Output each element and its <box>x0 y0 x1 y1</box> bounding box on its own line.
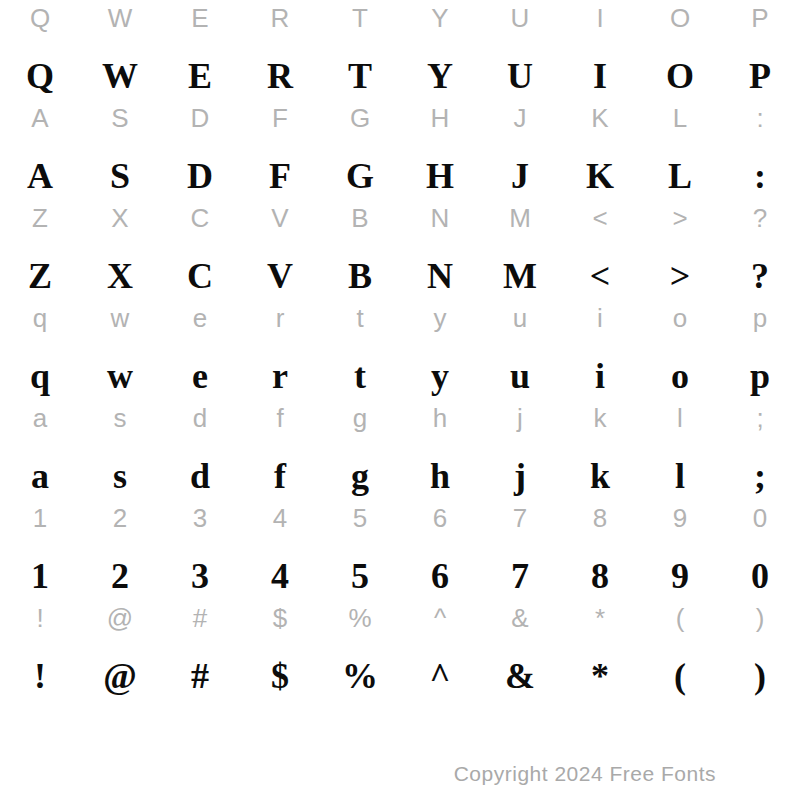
preview-row: ASDFGHJKL: <box>0 146 800 206</box>
char-cell: ^ <box>400 600 480 636</box>
char-cell: Z <box>0 246 80 306</box>
char-cell: t <box>320 346 400 406</box>
char-cell: l <box>640 400 720 436</box>
char-cell: Y <box>400 46 480 106</box>
char-cell: # <box>160 646 240 706</box>
row-pair-6: 12345678901234567890 <box>0 500 800 600</box>
char-cell: X <box>80 200 160 236</box>
char-cell: 2 <box>80 500 160 536</box>
row-pair-5: asdfghjkl;asdfghjkl; <box>0 400 800 500</box>
reference-row: !@#$%^&*() <box>0 600 800 636</box>
char-cell: g <box>320 446 400 506</box>
char-cell: ( <box>640 600 720 636</box>
char-cell: $ <box>240 600 320 636</box>
char-cell: * <box>560 646 640 706</box>
char-cell: D <box>160 146 240 206</box>
char-cell: k <box>560 446 640 506</box>
preview-row: !@#$%^&*() <box>0 646 800 706</box>
reference-row: ASDFGHJKL: <box>0 100 800 136</box>
char-cell: t <box>320 300 400 336</box>
char-cell: I <box>560 0 640 36</box>
char-cell: o <box>640 346 720 406</box>
char-cell: K <box>560 100 640 136</box>
char-cell: P <box>720 0 800 36</box>
char-cell: L <box>640 146 720 206</box>
char-cell: 4 <box>240 546 320 606</box>
char-cell: ) <box>720 600 800 636</box>
char-cell: 3 <box>160 500 240 536</box>
char-cell: B <box>320 246 400 306</box>
char-cell: > <box>640 246 720 306</box>
char-cell: F <box>240 100 320 136</box>
char-cell: W <box>80 46 160 106</box>
row-pair-3: ZXCVBNM<>?ZXCVBNM<>? <box>0 200 800 300</box>
char-cell: 8 <box>560 500 640 536</box>
char-cell: J <box>480 146 560 206</box>
char-cell: a <box>0 446 80 506</box>
char-cell: 0 <box>720 500 800 536</box>
char-cell: 6 <box>400 500 480 536</box>
char-cell: A <box>0 100 80 136</box>
char-cell: s <box>80 400 160 436</box>
char-cell: ; <box>720 400 800 436</box>
char-cell: 5 <box>320 546 400 606</box>
char-cell: O <box>640 0 720 36</box>
char-cell: r <box>240 300 320 336</box>
char-cell: 3 <box>160 546 240 606</box>
char-cell: o <box>640 300 720 336</box>
char-cell: ) <box>720 646 800 706</box>
char-cell: & <box>480 600 560 636</box>
char-cell: e <box>160 346 240 406</box>
char-cell: h <box>400 446 480 506</box>
char-cell: w <box>80 346 160 406</box>
reference-row: 1234567890 <box>0 500 800 536</box>
char-cell: j <box>480 446 560 506</box>
char-cell: i <box>560 300 640 336</box>
char-cell: A <box>0 146 80 206</box>
char-cell: C <box>160 200 240 236</box>
char-cell: ; <box>720 446 800 506</box>
char-cell: S <box>80 100 160 136</box>
char-cell: V <box>240 246 320 306</box>
char-cell: G <box>320 146 400 206</box>
char-cell: P <box>720 46 800 106</box>
char-cell: E <box>160 0 240 36</box>
char-cell: 4 <box>240 500 320 536</box>
char-cell: y <box>400 346 480 406</box>
char-cell: ? <box>720 200 800 236</box>
char-cell: M <box>480 200 560 236</box>
char-cell: Z <box>0 200 80 236</box>
char-cell: < <box>560 246 640 306</box>
char-cell: a <box>0 400 80 436</box>
reference-row: qwertyuiop <box>0 300 800 336</box>
char-cell: f <box>240 400 320 436</box>
char-cell: * <box>560 600 640 636</box>
char-cell: C <box>160 246 240 306</box>
char-cell: p <box>720 300 800 336</box>
char-cell: T <box>320 0 400 36</box>
char-cell: @ <box>80 600 160 636</box>
char-cell: R <box>240 0 320 36</box>
char-cell: K <box>560 146 640 206</box>
char-cell: 7 <box>480 546 560 606</box>
char-cell: q <box>0 300 80 336</box>
char-cell: 9 <box>640 500 720 536</box>
char-cell: G <box>320 100 400 136</box>
preview-row: asdfghjkl; <box>0 446 800 506</box>
reference-row: QWERTYUIOP <box>0 0 800 36</box>
char-cell: Q <box>0 0 80 36</box>
char-cell: Q <box>0 46 80 106</box>
char-cell: k <box>560 400 640 436</box>
row-pair-7: !@#$%^&*()!@#$%^&*() <box>0 600 800 700</box>
char-cell: % <box>320 646 400 706</box>
char-cell: ! <box>0 646 80 706</box>
char-cell: $ <box>240 646 320 706</box>
char-cell: 9 <box>640 546 720 606</box>
font-specimen-sheet: QWERTYUIOPQWERTYUIOPASDFGHJKL:ASDFGHJKL:… <box>0 0 800 800</box>
char-cell: ^ <box>400 646 480 706</box>
char-cell: r <box>240 346 320 406</box>
char-cell: w <box>80 300 160 336</box>
char-cell: ! <box>0 600 80 636</box>
char-cell: @ <box>80 646 160 706</box>
char-cell: j <box>480 400 560 436</box>
char-cell: S <box>80 146 160 206</box>
char-cell: U <box>480 46 560 106</box>
char-cell: J <box>480 100 560 136</box>
char-cell: 6 <box>400 546 480 606</box>
char-cell: W <box>80 0 160 36</box>
char-cell: D <box>160 100 240 136</box>
char-cell: ( <box>640 646 720 706</box>
char-cell: 1 <box>0 546 80 606</box>
reference-row: ZXCVBNM<>? <box>0 200 800 236</box>
char-cell: q <box>0 346 80 406</box>
char-cell: M <box>480 246 560 306</box>
character-grid: QWERTYUIOPQWERTYUIOPASDFGHJKL:ASDFGHJKL:… <box>0 0 800 700</box>
char-cell: 8 <box>560 546 640 606</box>
reference-row: asdfghjkl; <box>0 400 800 436</box>
char-cell: d <box>160 400 240 436</box>
char-cell: > <box>640 200 720 236</box>
char-cell: e <box>160 300 240 336</box>
char-cell: p <box>720 346 800 406</box>
char-cell: : <box>720 146 800 206</box>
char-cell: B <box>320 200 400 236</box>
char-cell: 7 <box>480 500 560 536</box>
watermark: Copyright 2024 Free Fonts <box>454 760 716 788</box>
char-cell: U <box>480 0 560 36</box>
char-cell: V <box>240 200 320 236</box>
char-cell: # <box>160 600 240 636</box>
char-cell: H <box>400 100 480 136</box>
char-cell: R <box>240 46 320 106</box>
char-cell: : <box>720 100 800 136</box>
char-cell: l <box>640 446 720 506</box>
char-cell: d <box>160 446 240 506</box>
row-pair-4: qwertyuiopqwertyuiop <box>0 300 800 400</box>
char-cell: F <box>240 146 320 206</box>
char-cell: Y <box>400 0 480 36</box>
char-cell: s <box>80 446 160 506</box>
char-cell: H <box>400 146 480 206</box>
char-cell: 1 <box>0 500 80 536</box>
preview-row: QWERTYUIOP <box>0 46 800 106</box>
row-pair-1: QWERTYUIOPQWERTYUIOP <box>0 0 800 100</box>
preview-row: 1234567890 <box>0 546 800 606</box>
char-cell: E <box>160 46 240 106</box>
row-pair-2: ASDFGHJKL:ASDFGHJKL: <box>0 100 800 200</box>
preview-row: ZXCVBNM<>? <box>0 246 800 306</box>
char-cell: L <box>640 100 720 136</box>
char-cell: f <box>240 446 320 506</box>
char-cell: % <box>320 600 400 636</box>
char-cell: 0 <box>720 546 800 606</box>
char-cell: u <box>480 300 560 336</box>
preview-row: qwertyuiop <box>0 346 800 406</box>
char-cell: I <box>560 46 640 106</box>
char-cell: y <box>400 300 480 336</box>
char-cell: ? <box>720 246 800 306</box>
char-cell: 5 <box>320 500 400 536</box>
char-cell: < <box>560 200 640 236</box>
char-cell: h <box>400 400 480 436</box>
char-cell: T <box>320 46 400 106</box>
char-cell: g <box>320 400 400 436</box>
char-cell: & <box>480 646 560 706</box>
char-cell: O <box>640 46 720 106</box>
char-cell: X <box>80 246 160 306</box>
char-cell: u <box>480 346 560 406</box>
char-cell: N <box>400 246 480 306</box>
char-cell: N <box>400 200 480 236</box>
char-cell: 2 <box>80 546 160 606</box>
char-cell: i <box>560 346 640 406</box>
